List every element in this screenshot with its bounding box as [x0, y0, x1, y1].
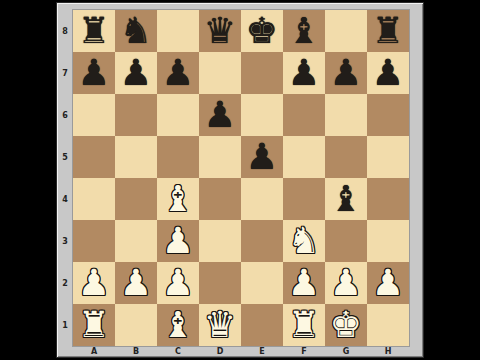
square-a6 — [73, 94, 115, 136]
chess-board: ♜♞♛♚♝♜♟♟♟♟♟♟♟♟♝♝♟♞♟♟♟♟♟♟♜♝♛♜♚ — [73, 10, 409, 346]
file-label-h: H — [367, 346, 409, 357]
piece-black-pawn: ♟ — [204, 94, 236, 136]
piece-black-pawn: ♟ — [246, 136, 278, 178]
square-h5 — [367, 136, 409, 178]
rank-label-1: 1 — [57, 304, 73, 346]
square-g4: ♝ — [325, 178, 367, 220]
square-e3 — [241, 220, 283, 262]
square-c5 — [157, 136, 199, 178]
square-e8: ♚ — [241, 10, 283, 52]
video-frame: 87654321 ♜♞♛♚♝♜♟♟♟♟♟♟♟♟♝♝♟♞♟♟♟♟♟♟♜♝♛♜♚ A… — [0, 0, 480, 360]
piece-black-knight: ♞ — [120, 10, 152, 52]
square-h3 — [367, 220, 409, 262]
rank-label-6: 6 — [57, 94, 73, 136]
piece-white-bishop: ♝ — [162, 304, 194, 346]
square-g1: ♚ — [325, 304, 367, 346]
piece-white-pawn: ♟ — [78, 262, 110, 304]
square-c1: ♝ — [157, 304, 199, 346]
piece-white-bishop: ♝ — [162, 178, 194, 220]
square-c3: ♟ — [157, 220, 199, 262]
square-b6 — [115, 94, 157, 136]
square-a5 — [73, 136, 115, 178]
square-e4 — [241, 178, 283, 220]
square-b3 — [115, 220, 157, 262]
file-label-c: C — [157, 346, 199, 357]
piece-white-pawn: ♟ — [288, 262, 320, 304]
piece-black-pawn: ♟ — [162, 52, 194, 94]
piece-black-pawn: ♟ — [288, 52, 320, 94]
piece-black-bishop: ♝ — [288, 10, 320, 52]
file-label-b: B — [115, 346, 157, 357]
square-h6 — [367, 94, 409, 136]
square-b1 — [115, 304, 157, 346]
piece-black-rook: ♜ — [78, 10, 110, 52]
square-d6: ♟ — [199, 94, 241, 136]
square-d8: ♛ — [199, 10, 241, 52]
file-labels: ABCDEFGH — [73, 346, 409, 357]
file-label-a: A — [73, 346, 115, 357]
square-b4 — [115, 178, 157, 220]
piece-black-pawn: ♟ — [78, 52, 110, 94]
square-e5: ♟ — [241, 136, 283, 178]
square-c2: ♟ — [157, 262, 199, 304]
file-label-f: F — [283, 346, 325, 357]
piece-black-pawn: ♟ — [372, 52, 404, 94]
square-f4 — [283, 178, 325, 220]
rank-label-4: 4 — [57, 178, 73, 220]
square-e2 — [241, 262, 283, 304]
square-a2: ♟ — [73, 262, 115, 304]
square-d4 — [199, 178, 241, 220]
piece-black-queen: ♛ — [204, 10, 236, 52]
rank-label-2: 2 — [57, 262, 73, 304]
square-a8: ♜ — [73, 10, 115, 52]
square-f5 — [283, 136, 325, 178]
square-c8 — [157, 10, 199, 52]
square-a7: ♟ — [73, 52, 115, 94]
piece-white-knight: ♞ — [288, 220, 320, 262]
square-h8: ♜ — [367, 10, 409, 52]
square-g2: ♟ — [325, 262, 367, 304]
square-d1: ♛ — [199, 304, 241, 346]
square-h1 — [367, 304, 409, 346]
file-label-d: D — [199, 346, 241, 357]
square-d2 — [199, 262, 241, 304]
piece-black-rook: ♜ — [372, 10, 404, 52]
piece-white-pawn: ♟ — [120, 262, 152, 304]
piece-black-bishop: ♝ — [330, 178, 362, 220]
rank-label-5: 5 — [57, 136, 73, 178]
piece-white-pawn: ♟ — [330, 262, 362, 304]
square-d7 — [199, 52, 241, 94]
piece-black-pawn: ♟ — [330, 52, 362, 94]
piece-black-pawn: ♟ — [120, 52, 152, 94]
square-g6 — [325, 94, 367, 136]
file-label-g: G — [325, 346, 367, 357]
square-h7: ♟ — [367, 52, 409, 94]
piece-white-pawn: ♟ — [162, 220, 194, 262]
square-b5 — [115, 136, 157, 178]
square-d5 — [199, 136, 241, 178]
piece-white-king: ♚ — [330, 304, 362, 346]
square-b2: ♟ — [115, 262, 157, 304]
square-b7: ♟ — [115, 52, 157, 94]
square-f6 — [283, 94, 325, 136]
square-c7: ♟ — [157, 52, 199, 94]
square-f8: ♝ — [283, 10, 325, 52]
piece-white-queen: ♛ — [204, 304, 236, 346]
square-h2: ♟ — [367, 262, 409, 304]
square-f1: ♜ — [283, 304, 325, 346]
square-a1: ♜ — [73, 304, 115, 346]
square-d3 — [199, 220, 241, 262]
square-f7: ♟ — [283, 52, 325, 94]
file-label-e: E — [241, 346, 283, 357]
square-f2: ♟ — [283, 262, 325, 304]
square-f3: ♞ — [283, 220, 325, 262]
piece-white-rook: ♜ — [288, 304, 320, 346]
square-b8: ♞ — [115, 10, 157, 52]
piece-black-king: ♚ — [246, 10, 278, 52]
piece-white-rook: ♜ — [78, 304, 110, 346]
rank-labels: 87654321 — [57, 10, 73, 346]
rank-label-8: 8 — [57, 10, 73, 52]
piece-white-pawn: ♟ — [372, 262, 404, 304]
rank-label-7: 7 — [57, 52, 73, 94]
square-e6 — [241, 94, 283, 136]
square-c6 — [157, 94, 199, 136]
square-g7: ♟ — [325, 52, 367, 94]
piece-white-pawn: ♟ — [162, 262, 194, 304]
rank-label-3: 3 — [57, 220, 73, 262]
square-g5 — [325, 136, 367, 178]
square-g8 — [325, 10, 367, 52]
board-frame: 87654321 ♜♞♛♚♝♜♟♟♟♟♟♟♟♟♝♝♟♞♟♟♟♟♟♟♜♝♛♜♚ A… — [57, 3, 423, 357]
square-a4 — [73, 178, 115, 220]
square-a3 — [73, 220, 115, 262]
square-c4: ♝ — [157, 178, 199, 220]
square-e7 — [241, 52, 283, 94]
square-h4 — [367, 178, 409, 220]
square-e1 — [241, 304, 283, 346]
square-g3 — [325, 220, 367, 262]
